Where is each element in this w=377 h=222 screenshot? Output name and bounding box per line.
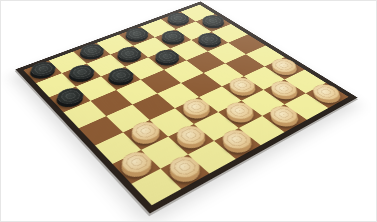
board-perspective-wrap: ⛂⛂⛂⛂⛂⛂⛂⛂⛂⛂⛂⛂⛀⛀⛀⛀⛀⛀⛀⛀⛀⛀⛀⛀ — [16, 1, 358, 213]
photo-scene: ⛂⛂⛂⛂⛂⛂⛂⛂⛂⛂⛂⛂⛀⛀⛀⛀⛀⛀⛀⛀⛀⛀⛀⛀ — [0, 0, 377, 222]
checkers-board: ⛂⛂⛂⛂⛂⛂⛂⛂⛂⛂⛂⛂⛀⛀⛀⛀⛀⛀⛀⛀⛀⛀⛀⛀ — [16, 1, 358, 213]
